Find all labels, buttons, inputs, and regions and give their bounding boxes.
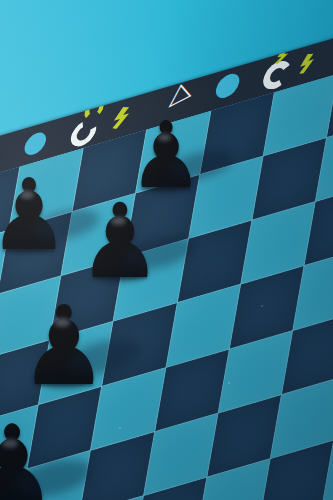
board-photo-scene: ▷ ♟♟♟♟♟ xyxy=(0,0,333,500)
pawn-contact-shadow xyxy=(37,368,92,388)
pawn-contact-shadow xyxy=(4,236,53,254)
pawn-contact-shadow xyxy=(143,175,189,191)
pieces-layer: ♟♟♟♟♟ xyxy=(0,0,333,500)
pawn-head-highlight xyxy=(54,318,70,327)
pawn-head-highlight xyxy=(111,217,126,225)
pawn-head-highlight xyxy=(2,439,18,448)
pawn-head-highlight xyxy=(158,134,171,141)
pawn-head-highlight xyxy=(20,191,34,199)
